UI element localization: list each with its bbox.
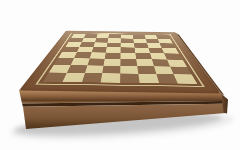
square-e1 — [120, 74, 139, 83]
square-d1 — [101, 73, 120, 82]
square-e2 — [120, 66, 138, 74]
square-c1 — [82, 73, 103, 82]
square-d2 — [102, 65, 120, 73]
product-photo-stage — [0, 0, 240, 150]
square-c2 — [85, 65, 104, 73]
